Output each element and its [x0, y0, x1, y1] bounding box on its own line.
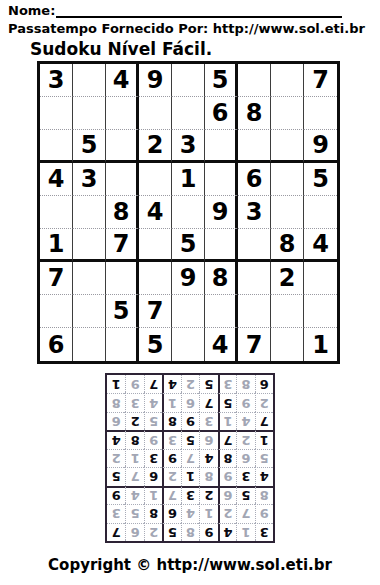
solution-cell-r9c9: 1: [107, 375, 125, 393]
solution-cell-r3c1: 8: [255, 486, 273, 504]
solution-cell-r7c7: 5: [144, 412, 162, 430]
main-cell-r9c7: 7: [238, 328, 271, 361]
main-cell-r8c1[interactable]: [40, 295, 73, 328]
main-cell-r3c5: 3: [172, 130, 205, 163]
main-cell-r4c8[interactable]: [271, 163, 304, 196]
solution-cell-r9c4: 5: [199, 375, 217, 393]
solution-cell-r3c2: 5: [236, 486, 254, 504]
solution-cell-r1c7: 2: [144, 523, 162, 541]
main-cell-r9c6: 4: [205, 328, 238, 361]
main-cell-r2c8[interactable]: [271, 97, 304, 130]
page-title: Sudoku Nível Fácil.: [30, 39, 212, 59]
main-cell-r6c2[interactable]: [73, 229, 106, 262]
main-cell-r6c3: 7: [106, 229, 139, 262]
main-cell-r7c6: 8: [205, 262, 238, 295]
solution-cell-r6c5: 5: [181, 430, 199, 448]
main-cell-r9c3[interactable]: [106, 328, 139, 361]
name-label: Nome:: [8, 3, 55, 18]
solution-cell-r8c1: 2: [255, 393, 273, 411]
main-cell-r9c1: 6: [40, 328, 73, 361]
solution-cell-r3c8: 4: [125, 486, 143, 504]
main-cell-r5c8[interactable]: [271, 196, 304, 229]
main-cell-r2c6: 6: [205, 97, 238, 130]
main-cell-r2c9[interactable]: [304, 97, 337, 130]
main-cell-r3c4: 2: [139, 130, 172, 163]
name-entry-line[interactable]: [56, 4, 342, 18]
main-cell-r3c8[interactable]: [271, 130, 304, 163]
solution-cell-r7c5: 9: [181, 412, 199, 430]
main-cell-r7c2[interactable]: [73, 262, 106, 295]
main-cell-r2c3[interactable]: [106, 97, 139, 130]
main-cell-r7c9[interactable]: [304, 262, 337, 295]
main-cell-r1c9: 7: [304, 64, 337, 97]
solution-cell-r4c2: 3: [236, 467, 254, 485]
solution-cell-r9c7: 7: [144, 375, 162, 393]
solution-cell-r4c8: 7: [125, 467, 143, 485]
solution-cell-r9c5: 2: [181, 375, 199, 393]
solution-cell-r5c5: 7: [181, 449, 199, 467]
solution-cell-r8c9: 8: [107, 393, 125, 411]
main-cell-r9c5[interactable]: [172, 328, 205, 361]
solution-cell-r5c9: 2: [107, 449, 125, 467]
sudoku-puzzle-grid: 349576852394316584931758479825765471: [37, 61, 340, 364]
solution-cell-r1c3: 4: [218, 523, 236, 541]
solution-cell-r8c3: 5: [218, 393, 236, 411]
solution-cell-r2c6: 6: [162, 504, 180, 522]
main-cell-r6c8: 8: [271, 229, 304, 262]
main-cell-r8c5[interactable]: [172, 295, 205, 328]
main-cell-r1c6: 5: [205, 64, 238, 97]
main-cell-r4c5: 1: [172, 163, 205, 196]
solution-cell-r1c5: 8: [181, 523, 199, 541]
solution-cell-r7c4: 3: [199, 412, 217, 430]
main-cell-r9c9: 1: [304, 328, 337, 361]
main-cell-r9c4: 5: [139, 328, 172, 361]
main-cell-r3c3[interactable]: [106, 130, 139, 163]
solution-cell-r6c1: 1: [255, 430, 273, 448]
main-cell-r5c6: 9: [205, 196, 238, 229]
solution-cell-r8c8: 3: [125, 393, 143, 411]
solution-cell-r3c9: 9: [107, 486, 125, 504]
main-cell-r7c7[interactable]: [238, 262, 271, 295]
main-cell-r9c8[interactable]: [271, 328, 304, 361]
solution-cell-r1c6: 5: [162, 523, 180, 541]
main-cell-r8c4: 7: [139, 295, 172, 328]
main-cell-r5c2[interactable]: [73, 196, 106, 229]
solution-cell-r9c6: 4: [162, 375, 180, 393]
solution-cell-r1c9: 7: [107, 523, 125, 541]
solution-cell-r7c6: 8: [162, 412, 180, 430]
main-cell-r6c9: 4: [304, 229, 337, 262]
solution-cell-r3c5: 3: [181, 486, 199, 504]
solution-cell-r2c1: 9: [255, 504, 273, 522]
main-cell-r6c4[interactable]: [139, 229, 172, 262]
solution-cell-r6c6: 3: [162, 430, 180, 448]
solution-cell-r8c7: 4: [144, 393, 162, 411]
main-cell-r8c2[interactable]: [73, 295, 106, 328]
solution-cell-r7c3: 1: [218, 412, 236, 430]
main-cell-r8c3: 5: [106, 295, 139, 328]
main-cell-r5c1[interactable]: [40, 196, 73, 229]
solution-cell-r2c9: 3: [107, 504, 125, 522]
main-cell-r3c9: 9: [304, 130, 337, 163]
main-cell-r7c1: 7: [40, 262, 73, 295]
solution-cell-r4c6: 2: [162, 467, 180, 485]
sudoku-print-page: Nome: Passatempo Fornecido Por: http://w…: [0, 0, 380, 585]
solution-cell-r1c2: 1: [236, 523, 254, 541]
name-row: Nome:: [8, 3, 342, 18]
main-cell-r1c3: 4: [106, 64, 139, 97]
main-cell-r9c2[interactable]: [73, 328, 106, 361]
main-cell-r1c4: 9: [139, 64, 172, 97]
main-cell-r1c8[interactable]: [271, 64, 304, 97]
solution-cell-r9c8: 9: [125, 375, 143, 393]
solution-cell-r3c7: 1: [144, 486, 162, 504]
main-cell-r6c7[interactable]: [238, 229, 271, 262]
solution-cell-r4c1: 4: [255, 467, 273, 485]
main-cell-r4c6[interactable]: [205, 163, 238, 196]
solution-cell-r1c4: 9: [199, 523, 217, 541]
solution-cell-r8c6: 1: [162, 393, 180, 411]
sudoku-solution-grid-rotated: 3149852679721468538562371494398126755684…: [105, 373, 275, 543]
solution-cell-r3c4: 2: [199, 486, 217, 504]
solution-cell-r9c3: 3: [218, 375, 236, 393]
solution-cell-r2c5: 4: [181, 504, 199, 522]
main-cell-r6c1: 1: [40, 229, 73, 262]
solution-cell-r8c2: 9: [236, 393, 254, 411]
main-cell-r6c6[interactable]: [205, 229, 238, 262]
main-cell-r3c6[interactable]: [205, 130, 238, 163]
solution-cell-r9c1: 6: [255, 375, 273, 393]
main-cell-r3c2: 5: [73, 130, 106, 163]
main-cell-r2c2[interactable]: [73, 97, 106, 130]
main-cell-r6c5: 5: [172, 229, 205, 262]
solution-cell-r2c8: 5: [125, 504, 143, 522]
main-cell-r8c9[interactable]: [304, 295, 337, 328]
main-cell-r1c1: 3: [40, 64, 73, 97]
solution-cell-r4c7: 6: [144, 467, 162, 485]
main-cell-r4c3[interactable]: [106, 163, 139, 196]
main-cell-r4c9: 5: [304, 163, 337, 196]
main-cell-r5c5[interactable]: [172, 196, 205, 229]
solution-cell-r6c4: 6: [199, 430, 217, 448]
solution-cell-r6c7: 9: [144, 430, 162, 448]
solution-cell-r6c8: 8: [125, 430, 143, 448]
main-cell-r4c4[interactable]: [139, 163, 172, 196]
main-cell-r4c1: 4: [40, 163, 73, 196]
main-cell-r5c7: 3: [238, 196, 271, 229]
provided-by-text: Passatempo Fornecido Por: http://www.sol…: [8, 21, 365, 36]
solution-cell-r5c2: 6: [236, 449, 254, 467]
solution-cell-r7c8: 2: [125, 412, 143, 430]
solution-cell-r8c5: 6: [181, 393, 199, 411]
solution-cell-r5c6: 9: [162, 449, 180, 467]
solution-cell-r7c9: 6: [107, 412, 125, 430]
solution-cell-r1c8: 6: [125, 523, 143, 541]
solution-cell-r2c3: 2: [218, 504, 236, 522]
solution-cell-r4c5: 1: [181, 467, 199, 485]
main-cell-r1c2[interactable]: [73, 64, 106, 97]
solution-cell-r7c2: 4: [236, 412, 254, 430]
solution-cell-r3c3: 6: [218, 486, 236, 504]
main-cell-r8c8[interactable]: [271, 295, 304, 328]
solution-cell-r7c1: 7: [255, 412, 273, 430]
solution-cell-r5c8: 1: [125, 449, 143, 467]
solution-cell-r2c2: 7: [236, 504, 254, 522]
main-cell-r8c7[interactable]: [238, 295, 271, 328]
main-cell-r7c4[interactable]: [139, 262, 172, 295]
solution-cell-r3c6: 7: [162, 486, 180, 504]
solution-cell-r6c2: 2: [236, 430, 254, 448]
main-cell-r4c2: 3: [73, 163, 106, 196]
main-cell-r4c7: 6: [238, 163, 271, 196]
main-cell-r1c5[interactable]: [172, 64, 205, 97]
solution-cell-r2c7: 8: [144, 504, 162, 522]
main-cell-r8c6[interactable]: [205, 295, 238, 328]
main-cell-r3c1[interactable]: [40, 130, 73, 163]
main-cell-r2c4[interactable]: [139, 97, 172, 130]
solution-cell-r4c4: 8: [199, 467, 217, 485]
solution-cell-r6c9: 4: [107, 430, 125, 448]
solution-cell-r4c3: 9: [218, 467, 236, 485]
main-cell-r7c5: 9: [172, 262, 205, 295]
solution-cell-r9c2: 8: [236, 375, 254, 393]
solution-cell-r5c3: 8: [218, 449, 236, 467]
solution-cell-r5c7: 3: [144, 449, 162, 467]
main-cell-r2c5[interactable]: [172, 97, 205, 130]
solution-cell-r5c4: 4: [199, 449, 217, 467]
solution-cell-r1c1: 3: [255, 523, 273, 541]
solution-cell-r5c1: 5: [255, 449, 273, 467]
main-cell-r2c7: 8: [238, 97, 271, 130]
solution-cell-r2c4: 1: [199, 504, 217, 522]
main-cell-r7c3[interactable]: [106, 262, 139, 295]
main-cell-r1c7[interactable]: [238, 64, 271, 97]
main-cell-r2c1[interactable]: [40, 97, 73, 130]
copyright-text: Copyright © http://www.sol.eti.br: [0, 556, 380, 574]
main-cell-r5c4: 4: [139, 196, 172, 229]
main-cell-r7c8: 2: [271, 262, 304, 295]
solution-cell-r6c3: 7: [218, 430, 236, 448]
main-cell-r3c7[interactable]: [238, 130, 271, 163]
main-cell-r5c9[interactable]: [304, 196, 337, 229]
main-cell-r5c3: 8: [106, 196, 139, 229]
solution-cell-r8c4: 7: [199, 393, 217, 411]
solution-cell-r4c9: 5: [107, 467, 125, 485]
